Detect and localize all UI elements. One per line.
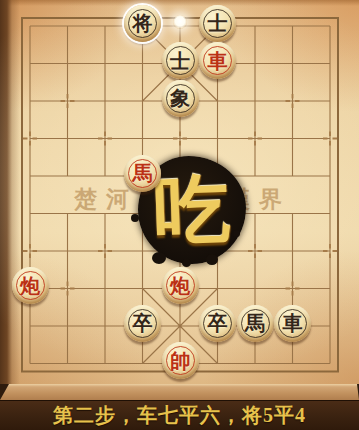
piece-character: 卒: [124, 305, 161, 342]
piece-red-cannon-left[interactable]: 炮: [12, 267, 49, 304]
piece-character: 馬: [124, 155, 161, 192]
piece-red-horse[interactable]: 馬: [124, 155, 161, 192]
piece-character: 車: [199, 42, 236, 79]
piece-character: 馬: [237, 305, 274, 342]
piece-character: 卒: [199, 305, 236, 342]
piece-character: 将: [124, 5, 161, 42]
piece-black-soldier-right[interactable]: 卒: [199, 305, 236, 342]
xiangqi-board[interactable]: 楚河 漢界 吃 将士士車象馬炮炮卒卒馬車帥: [0, 0, 359, 400]
piece-red-cannon-center[interactable]: 炮: [162, 267, 199, 304]
caption-bar: 第二步，车七平六，将5平4: [0, 400, 359, 430]
piece-black-advisor-right[interactable]: 士: [199, 5, 236, 42]
piece-black-soldier-left[interactable]: 卒: [124, 305, 161, 342]
move-caption: 第二步，车七平六，将5平4: [53, 402, 306, 429]
piece-layer: 将士士車象馬炮炮卒卒馬車帥: [0, 0, 359, 400]
xiangqi-app: 楚河 漢界 吃 将士士車象馬炮炮卒卒馬車帥 第二步，车七平六，将5平4: [0, 0, 359, 430]
piece-black-elephant[interactable]: 象: [162, 80, 199, 117]
piece-black-general[interactable]: 将: [124, 5, 161, 42]
piece-character: 炮: [12, 267, 49, 304]
piece-red-chariot[interactable]: 車: [199, 42, 236, 79]
piece-character: 帥: [162, 342, 199, 379]
piece-character: 炮: [162, 267, 199, 304]
piece-black-advisor-center[interactable]: 士: [162, 42, 199, 79]
piece-red-general[interactable]: 帥: [162, 342, 199, 379]
piece-black-horse[interactable]: 馬: [237, 305, 274, 342]
piece-character: 車: [274, 305, 311, 342]
piece-character: 士: [199, 5, 236, 42]
piece-character: 象: [162, 80, 199, 117]
piece-character: 士: [162, 42, 199, 79]
piece-black-chariot[interactable]: 車: [274, 305, 311, 342]
